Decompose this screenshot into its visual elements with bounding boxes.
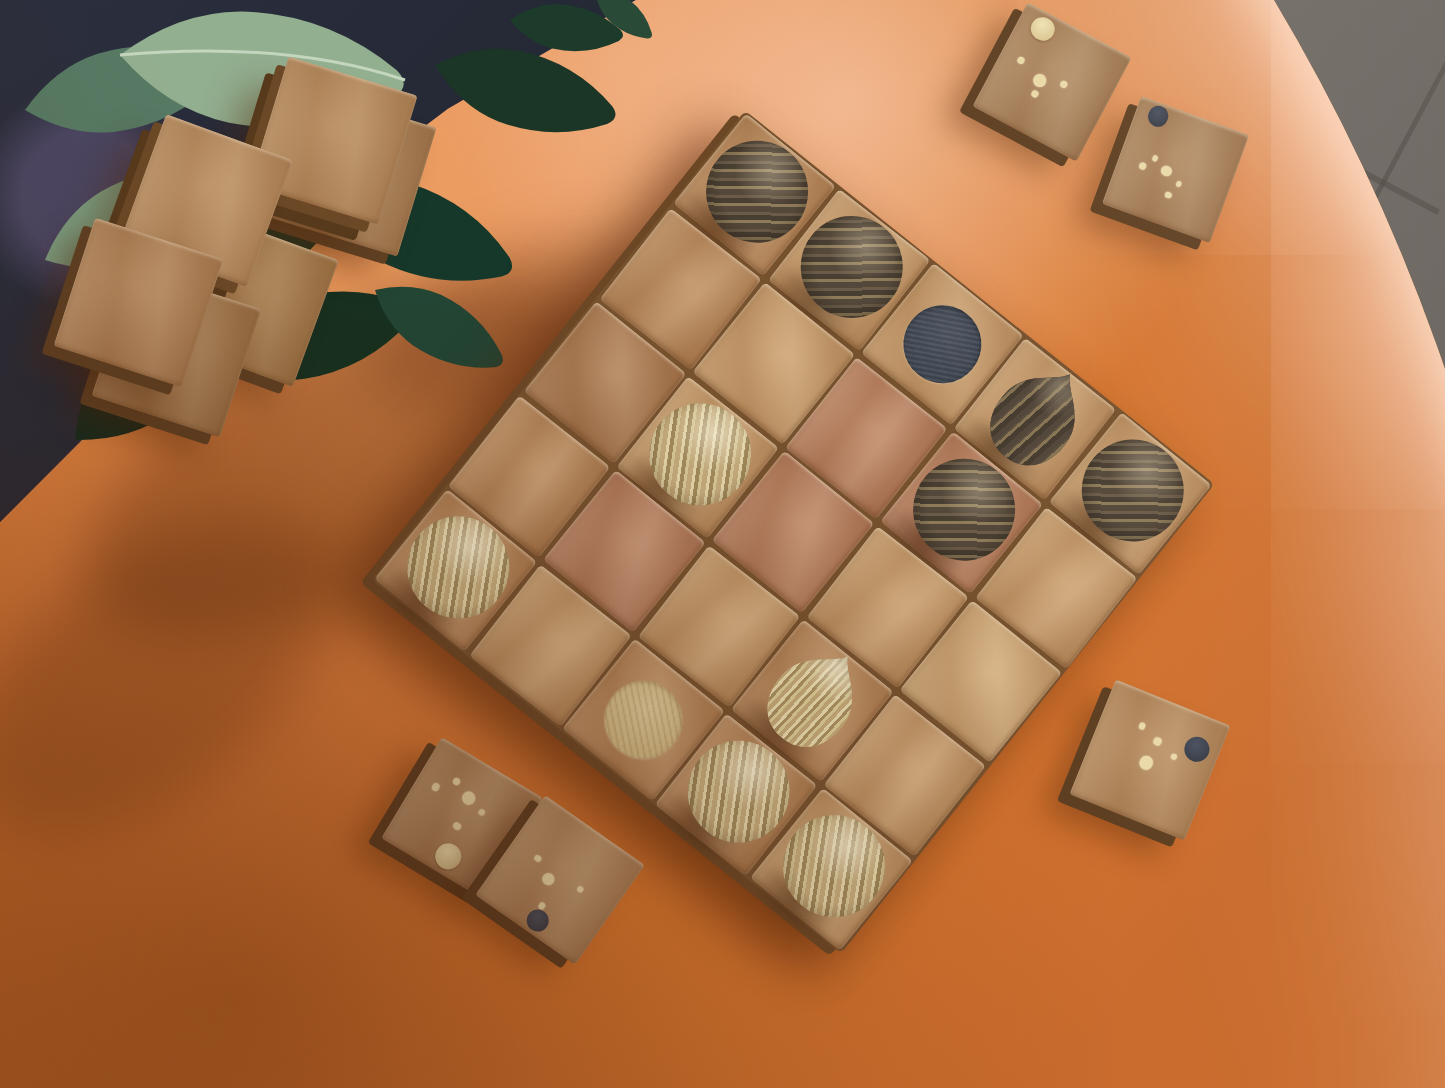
star-dot — [478, 808, 486, 816]
light-disc-inlay — [588, 664, 699, 775]
star-dot — [1059, 80, 1069, 90]
star-dot — [1031, 72, 1049, 90]
dark-disc-inlay — [887, 289, 998, 400]
star-dot — [1164, 191, 1173, 200]
sun-dot — [431, 839, 467, 875]
dark-planet-dot — [1145, 103, 1172, 130]
star-dot — [459, 789, 477, 807]
scene — [0, 0, 1445, 1088]
star-dot — [1175, 180, 1182, 187]
sun-dot — [1027, 13, 1059, 45]
star-dot — [452, 777, 462, 787]
star-dot — [1160, 164, 1173, 177]
star-dot — [430, 782, 440, 792]
dark-planet-dot — [1181, 733, 1213, 765]
star-dot — [534, 854, 542, 862]
star-dot — [1137, 754, 1155, 772]
star-dot — [452, 821, 462, 831]
star-dot — [1151, 155, 1158, 162]
star-dot — [1170, 752, 1178, 760]
star-dot — [540, 871, 557, 888]
star-dot — [1138, 162, 1147, 171]
star-dot — [1016, 55, 1026, 65]
star-dot — [576, 885, 584, 893]
dark-planet-dot — [522, 905, 553, 936]
star-dot — [1030, 89, 1040, 99]
star-dot — [1138, 722, 1146, 730]
star-dot — [1153, 737, 1163, 747]
